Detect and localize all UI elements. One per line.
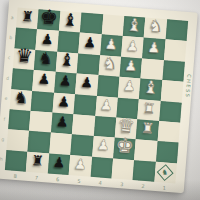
left-edge-label: f xyxy=(3,116,5,121)
bottom-edge-label: 6 xyxy=(56,176,60,182)
square-b5[interactable]: ♟ xyxy=(78,33,101,55)
square-f1[interactable] xyxy=(157,121,180,143)
bottom-edge-label: 2 xyxy=(141,182,145,188)
square-d7[interactable]: ♟ xyxy=(33,70,56,92)
left-edge-label: h xyxy=(0,157,3,162)
square-h6[interactable]: ♟ xyxy=(47,153,70,175)
square-a8[interactable]: ♜ xyxy=(16,8,39,30)
left-edge-label: b xyxy=(9,35,12,40)
left-edge-label: g xyxy=(1,137,4,142)
piece-white-pawn[interactable]: ♟ xyxy=(104,36,118,51)
piece-white-pawn[interactable]: ♟ xyxy=(100,97,114,112)
piece-black-pawn[interactable]: ♟ xyxy=(41,31,55,46)
square-d3[interactable]: ♟ xyxy=(118,77,141,99)
square-c4[interactable]: ♞ xyxy=(98,55,121,77)
square-f4[interactable] xyxy=(93,116,116,138)
square-h5[interactable]: ♟ xyxy=(69,155,92,177)
square-a2[interactable]: ♞ xyxy=(144,18,167,40)
square-a3[interactable]: ♝ xyxy=(123,16,146,38)
corner-logo-knight-icon: ♞ xyxy=(157,164,174,181)
square-g5[interactable] xyxy=(70,134,93,156)
square-f7[interactable] xyxy=(29,111,52,133)
bottom-edge-label: 5 xyxy=(77,177,81,183)
square-f8[interactable] xyxy=(8,109,31,131)
piece-black-pawn[interactable]: ♟ xyxy=(80,75,94,90)
square-e8[interactable]: ♞ xyxy=(10,89,33,111)
piece-black-pawn[interactable]: ♟ xyxy=(55,114,69,129)
square-a5[interactable] xyxy=(80,13,103,35)
square-c7[interactable]: ♞ xyxy=(34,50,57,72)
square-h1[interactable]: ♞ xyxy=(154,161,177,183)
square-g4[interactable]: ♟ xyxy=(92,136,115,158)
piece-black-pawn[interactable]: ♟ xyxy=(57,94,71,109)
piece-black-pawn[interactable]: ♟ xyxy=(52,155,66,170)
piece-white-bishop[interactable]: ♝ xyxy=(126,16,143,34)
square-g7[interactable] xyxy=(28,131,51,153)
piece-black-bishop[interactable]: ♝ xyxy=(59,51,76,69)
bottom-edge-label: 7 xyxy=(35,174,39,180)
piece-white-pawn[interactable]: ♟ xyxy=(147,39,161,54)
square-c1[interactable] xyxy=(162,60,185,82)
square-b3[interactable]: ♟ xyxy=(121,36,144,58)
piece-black-king[interactable]: ♚ xyxy=(39,7,58,28)
square-d2[interactable]: ♝ xyxy=(139,79,162,101)
left-edge-label: a xyxy=(11,15,14,20)
square-h4[interactable] xyxy=(90,156,113,178)
square-d1[interactable] xyxy=(160,80,183,102)
square-g6[interactable] xyxy=(49,133,72,155)
square-a1[interactable] xyxy=(165,19,188,41)
square-b1[interactable] xyxy=(164,40,187,62)
square-h8[interactable] xyxy=(5,150,28,172)
piece-black-knight[interactable]: ♞ xyxy=(38,50,54,67)
square-a6[interactable]: ♝ xyxy=(59,11,82,33)
photo-background: ♜♚♝♝♞♟♟♟♟♟♛♞♝♞♟♟♟♟♟♝♞♟♟♜♟♛♜♟♚♜♟♟♞ 876543… xyxy=(0,0,200,200)
piece-white-rook[interactable]: ♜ xyxy=(142,100,156,115)
bottom-edge-label: 8 xyxy=(13,172,17,178)
square-e1[interactable] xyxy=(159,101,182,123)
square-g8[interactable] xyxy=(6,129,29,151)
left-edge-label: e xyxy=(4,96,7,101)
square-h2[interactable] xyxy=(133,160,156,182)
square-g3[interactable]: ♚ xyxy=(113,138,136,160)
square-c6[interactable]: ♝ xyxy=(55,52,78,74)
piece-black-knight[interactable]: ♞ xyxy=(13,89,29,106)
piece-black-bishop[interactable]: ♝ xyxy=(62,11,79,29)
square-h7[interactable]: ♜ xyxy=(26,151,49,173)
square-a7[interactable]: ♚ xyxy=(37,9,60,31)
piece-black-pawn[interactable]: ♟ xyxy=(37,72,51,87)
piece-black-pawn[interactable]: ♟ xyxy=(59,73,73,88)
square-c5[interactable] xyxy=(77,53,100,75)
square-f2[interactable]: ♜ xyxy=(136,119,159,141)
piece-black-pawn[interactable]: ♟ xyxy=(83,34,97,49)
square-c8[interactable]: ♛ xyxy=(13,48,36,70)
square-g1[interactable] xyxy=(156,141,179,163)
left-edge-label: d xyxy=(6,76,9,81)
square-h3[interactable] xyxy=(111,158,134,180)
piece-white-bishop[interactable]: ♝ xyxy=(142,78,159,96)
square-e4[interactable]: ♟ xyxy=(95,96,118,118)
left-edge-label: c xyxy=(8,55,11,60)
square-e5[interactable] xyxy=(74,94,97,116)
bottom-edge-label: 3 xyxy=(120,181,124,187)
bottom-edge-label: 4 xyxy=(99,179,103,185)
chess-board: ♜♚♝♝♞♟♟♟♟♟♛♞♝♞♟♟♟♟♟♝♞♟♟♜♟♛♜♟♚♜♟♟♞ 876543… xyxy=(0,0,198,193)
square-b2[interactable]: ♟ xyxy=(142,38,165,60)
piece-black-queen[interactable]: ♛ xyxy=(15,46,33,66)
square-f6[interactable]: ♟ xyxy=(51,112,74,134)
square-e6[interactable]: ♟ xyxy=(52,92,75,114)
board-grid: ♜♚♝♝♞♟♟♟♟♟♛♞♝♞♟♟♟♟♟♝♞♟♟♜♟♛♜♟♚♜♟♟♞ xyxy=(5,8,188,184)
brand-text: CHESS xyxy=(185,74,193,99)
piece-black-rook[interactable]: ♜ xyxy=(21,9,35,24)
square-a4[interactable] xyxy=(101,14,124,36)
piece-white-pawn[interactable]: ♟ xyxy=(124,58,138,73)
square-e2[interactable]: ♜ xyxy=(138,99,161,121)
square-d5[interactable]: ♟ xyxy=(75,74,98,96)
square-e7[interactable] xyxy=(31,90,54,112)
piece-white-pawn[interactable]: ♟ xyxy=(123,78,137,93)
piece-white-pawn[interactable]: ♟ xyxy=(74,156,88,171)
square-c3[interactable]: ♟ xyxy=(119,57,142,79)
piece-white-knight[interactable]: ♞ xyxy=(148,18,164,35)
bottom-edge-label: 1 xyxy=(163,184,167,190)
piece-white-rook[interactable]: ♜ xyxy=(141,121,155,136)
piece-white-pawn[interactable]: ♟ xyxy=(97,138,111,153)
square-f5[interactable] xyxy=(72,114,95,136)
square-d4[interactable] xyxy=(97,75,120,97)
square-d6[interactable]: ♟ xyxy=(54,72,77,94)
piece-white-knight[interactable]: ♞ xyxy=(102,55,118,72)
piece-black-rook[interactable]: ♜ xyxy=(31,153,45,168)
square-g2[interactable] xyxy=(134,139,157,161)
piece-white-pawn[interactable]: ♟ xyxy=(126,38,140,53)
piece-white-king[interactable]: ♚ xyxy=(115,135,134,156)
